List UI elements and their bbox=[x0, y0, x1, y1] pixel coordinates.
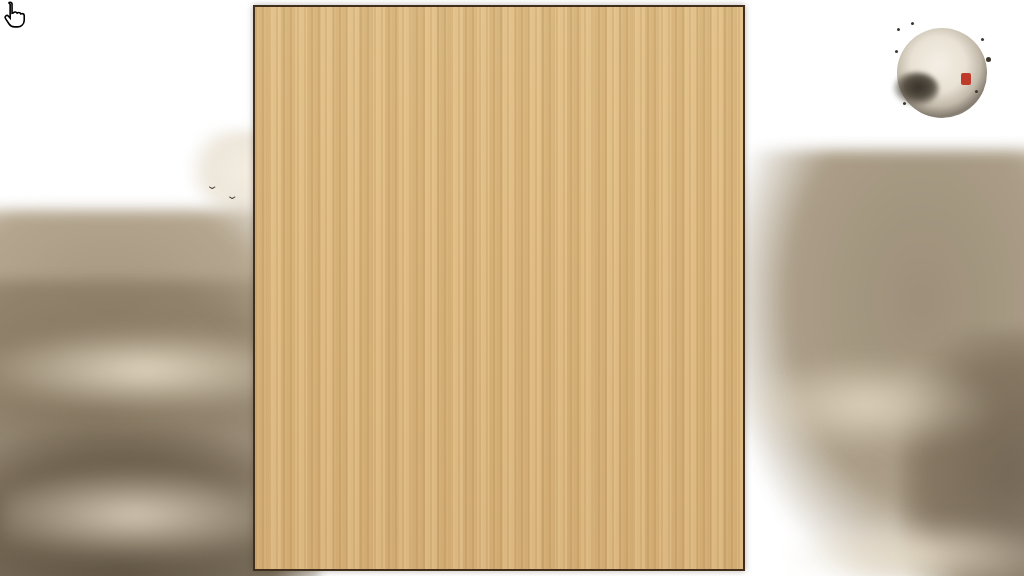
red-seal bbox=[961, 73, 971, 85]
channel-logo bbox=[897, 28, 987, 118]
bird-silhouette: ⌄ bbox=[225, 190, 238, 201]
hand-cursor-shape bbox=[5, 2, 24, 27]
ink-splatter bbox=[897, 28, 900, 31]
mountain-right bbox=[735, 150, 1024, 576]
mountain-right-dark bbox=[900, 330, 1024, 576]
board-grid bbox=[255, 7, 747, 573]
hand-cursor bbox=[0, 0, 30, 32]
xiangqi-board[interactable] bbox=[253, 5, 745, 571]
mist bbox=[740, 360, 990, 450]
screenshot-root: { "game": "xiangqi", "position": { "fen"… bbox=[0, 0, 1024, 576]
mist bbox=[790, 520, 1024, 576]
bird-silhouette: ⌄ bbox=[205, 180, 218, 191]
ink-blob bbox=[893, 72, 939, 106]
